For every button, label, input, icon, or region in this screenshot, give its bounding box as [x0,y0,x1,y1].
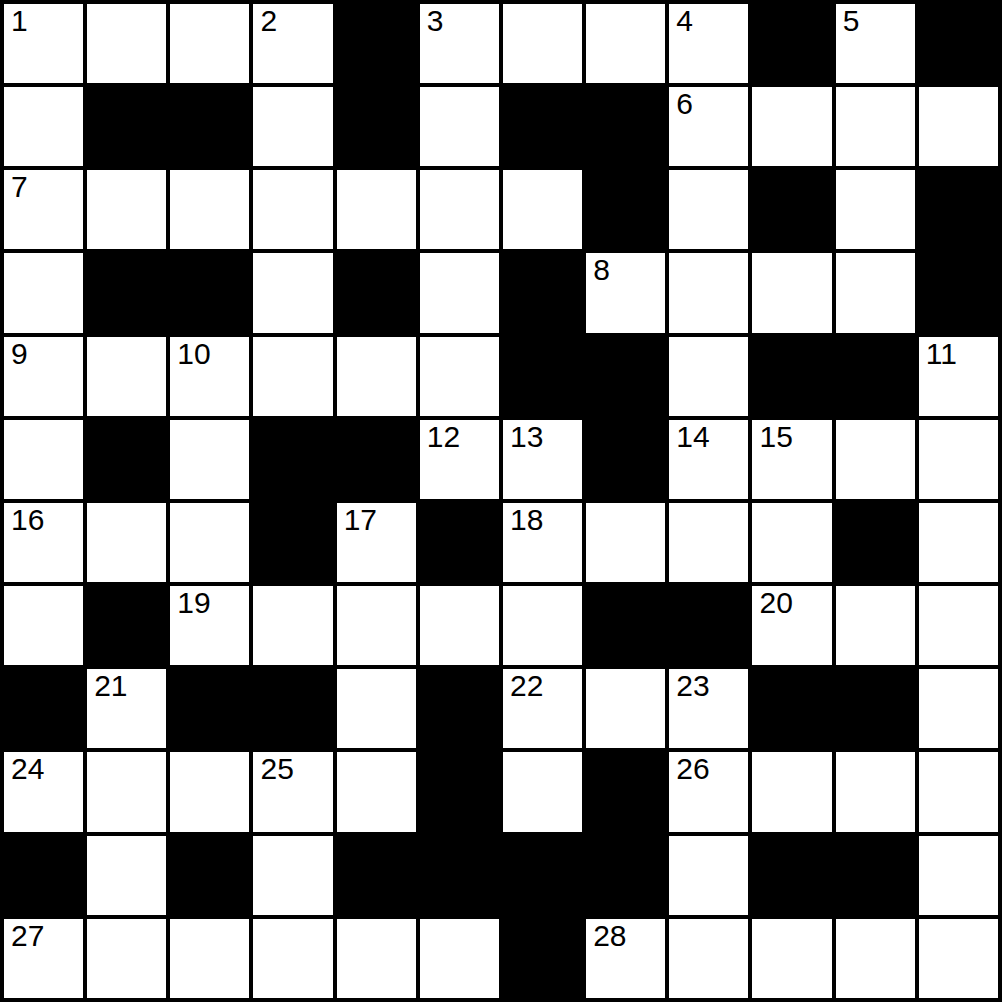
cell-r2c4[interactable] [337,170,416,249]
block-r10c2 [170,836,249,915]
block-r2c7 [586,170,665,249]
cell-r2c5[interactable] [420,170,499,249]
cell-r7c9[interactable]: 20 [752,586,831,665]
block-r3c6 [503,253,582,332]
cell-r4c0[interactable]: 9 [4,337,83,416]
cell-r5c9[interactable]: 15 [752,420,831,499]
clue-number: 28 [593,921,626,951]
cell-r3c10[interactable] [836,253,915,332]
cell-r9c6[interactable] [503,752,582,831]
block-r3c4 [337,253,416,332]
cell-r9c9[interactable] [752,752,831,831]
cell-r4c1[interactable] [87,337,166,416]
cell-r8c8[interactable]: 23 [669,669,748,748]
block-r10c10 [836,836,915,915]
block-r6c5 [420,503,499,582]
clue-number: 4 [676,6,693,36]
cell-r2c10[interactable] [836,170,915,249]
block-r5c4 [337,420,416,499]
cell-r2c6[interactable] [503,170,582,249]
block-r10c0 [4,836,83,915]
clue-number: 17 [344,505,377,535]
cell-r6c8[interactable] [669,503,748,582]
clue-number: 20 [759,588,792,618]
block-r7c1 [87,586,166,665]
clue-number: 2 [260,6,277,36]
cell-r11c11[interactable] [919,919,998,998]
cell-r11c1[interactable] [87,919,166,998]
cell-r9c2[interactable] [170,752,249,831]
block-r2c9 [752,170,831,249]
cell-r1c8[interactable]: 6 [669,87,748,166]
cell-r9c11[interactable] [919,752,998,831]
block-r5c1 [87,420,166,499]
cell-r1c0[interactable] [4,87,83,166]
cell-r1c5[interactable] [420,87,499,166]
cell-r6c0[interactable]: 16 [4,503,83,582]
cell-r3c9[interactable] [752,253,831,332]
cell-r5c2[interactable] [170,420,249,499]
cell-r10c3[interactable] [253,836,332,915]
cell-r3c8[interactable] [669,253,748,332]
cell-r1c10[interactable] [836,87,915,166]
cell-r11c9[interactable] [752,919,831,998]
block-r1c2 [170,87,249,166]
cell-r6c6[interactable]: 18 [503,503,582,582]
cell-r5c8[interactable]: 14 [669,420,748,499]
cell-r8c6[interactable]: 22 [503,669,582,748]
cell-r2c1[interactable] [87,170,166,249]
cell-r4c4[interactable] [337,337,416,416]
cell-r1c3[interactable] [253,87,332,166]
cell-r4c8[interactable] [669,337,748,416]
block-r9c5 [420,752,499,831]
cell-r8c11[interactable] [919,669,998,748]
cell-r8c4[interactable] [337,669,416,748]
cell-r7c2[interactable]: 19 [170,586,249,665]
block-r2c11 [919,170,998,249]
cell-r11c10[interactable] [836,919,915,998]
cell-r0c3[interactable]: 2 [253,4,332,83]
cell-r6c1[interactable] [87,503,166,582]
block-r6c10 [836,503,915,582]
block-r8c3 [253,669,332,748]
cell-r4c3[interactable] [253,337,332,416]
cell-r11c7[interactable]: 28 [586,919,665,998]
block-r8c9 [752,669,831,748]
cell-r9c3[interactable]: 25 [253,752,332,831]
block-r0c4 [337,4,416,83]
crossword-grid: 1234567891011121314151617181920212223242… [0,0,1002,1002]
block-r6c3 [253,503,332,582]
clue-number: 3 [427,6,444,36]
cell-r11c3[interactable] [253,919,332,998]
block-r4c10 [836,337,915,416]
clue-number: 18 [510,505,543,535]
block-r4c6 [503,337,582,416]
cell-r4c5[interactable] [420,337,499,416]
clue-number: 14 [676,422,709,452]
block-r1c7 [586,87,665,166]
cell-r7c10[interactable] [836,586,915,665]
block-r0c11 [919,4,998,83]
cell-r11c5[interactable] [420,919,499,998]
cell-r11c2[interactable] [170,919,249,998]
cell-r6c4[interactable]: 17 [337,503,416,582]
block-r7c8 [669,586,748,665]
clue-number: 16 [11,505,44,535]
cell-r1c11[interactable] [919,87,998,166]
cell-r9c1[interactable] [87,752,166,831]
cell-r6c7[interactable] [586,503,665,582]
cell-r6c2[interactable] [170,503,249,582]
clue-number: 9 [11,339,28,369]
cell-r6c11[interactable] [919,503,998,582]
clue-number: 22 [510,671,543,701]
clue-number: 11 [926,339,957,369]
cell-r0c5[interactable]: 3 [420,4,499,83]
block-r5c3 [253,420,332,499]
clue-number: 5 [843,6,860,36]
clue-number: 23 [676,671,709,701]
cell-r7c0[interactable] [4,586,83,665]
block-r3c11 [919,253,998,332]
cell-r5c6[interactable]: 13 [503,420,582,499]
cell-r5c0[interactable] [4,420,83,499]
block-r3c1 [87,253,166,332]
block-r7c7 [586,586,665,665]
cell-r10c11[interactable] [919,836,998,915]
clue-number: 21 [94,671,127,701]
block-r10c5 [420,836,499,915]
clue-number: 24 [11,754,44,784]
clue-number: 26 [676,754,709,784]
cell-r6c9[interactable] [752,503,831,582]
cell-r2c8[interactable] [669,170,748,249]
cell-r10c8[interactable] [669,836,748,915]
cell-r11c4[interactable] [337,919,416,998]
clue-number: 12 [427,422,460,452]
cell-r10c1[interactable] [87,836,166,915]
clue-number: 27 [11,921,44,951]
cell-r2c3[interactable] [253,170,332,249]
block-r1c1 [87,87,166,166]
cell-r5c5[interactable]: 12 [420,420,499,499]
cell-r4c2[interactable]: 10 [170,337,249,416]
clue-number: 1 [11,6,28,36]
clue-number: 8 [593,255,610,285]
cell-r1c9[interactable] [752,87,831,166]
clue-number: 13 [510,422,543,452]
cell-r0c6[interactable] [503,4,582,83]
cell-r0c0[interactable]: 1 [4,4,83,83]
cell-r8c1[interactable]: 21 [87,669,166,748]
block-r10c7 [586,836,665,915]
cell-r3c0[interactable] [4,253,83,332]
block-r8c0 [4,669,83,748]
block-r10c6 [503,836,582,915]
cell-r0c7[interactable] [586,4,665,83]
cell-r0c1[interactable] [87,4,166,83]
cell-r9c4[interactable] [337,752,416,831]
block-r10c9 [752,836,831,915]
block-r5c7 [586,420,665,499]
cell-r4c11[interactable]: 11 [919,337,998,416]
cell-r3c3[interactable] [253,253,332,332]
block-r11c6 [503,919,582,998]
block-r4c9 [752,337,831,416]
clue-number: 15 [759,422,792,452]
cell-r7c3[interactable] [253,586,332,665]
clue-number: 19 [177,588,210,618]
block-r1c6 [503,87,582,166]
cell-r9c0[interactable]: 24 [4,752,83,831]
clue-number: 6 [676,89,693,119]
cell-r0c2[interactable] [170,4,249,83]
cell-r7c4[interactable] [337,586,416,665]
cell-r5c11[interactable] [919,420,998,499]
block-r3c2 [170,253,249,332]
block-r4c7 [586,337,665,416]
cell-r7c6[interactable] [503,586,582,665]
cell-r7c11[interactable] [919,586,998,665]
block-r1c4 [337,87,416,166]
block-r0c9 [752,4,831,83]
cell-r7c5[interactable] [420,586,499,665]
cell-r8c7[interactable] [586,669,665,748]
cell-r3c7[interactable]: 8 [586,253,665,332]
clue-number: 10 [177,339,210,369]
block-r10c4 [337,836,416,915]
cell-r0c10[interactable]: 5 [836,4,915,83]
cell-r9c10[interactable] [836,752,915,831]
cell-r11c8[interactable] [669,919,748,998]
cell-r3c5[interactable] [420,253,499,332]
cell-r2c2[interactable] [170,170,249,249]
block-r8c5 [420,669,499,748]
cell-r11c0[interactable]: 27 [4,919,83,998]
cell-r5c10[interactable] [836,420,915,499]
clue-number: 7 [11,172,28,202]
block-r9c7 [586,752,665,831]
cell-r2c0[interactable]: 7 [4,170,83,249]
cell-r0c8[interactable]: 4 [669,4,748,83]
cell-r9c8[interactable]: 26 [669,752,748,831]
block-r8c2 [170,669,249,748]
clue-number: 25 [260,754,293,784]
block-r8c10 [836,669,915,748]
